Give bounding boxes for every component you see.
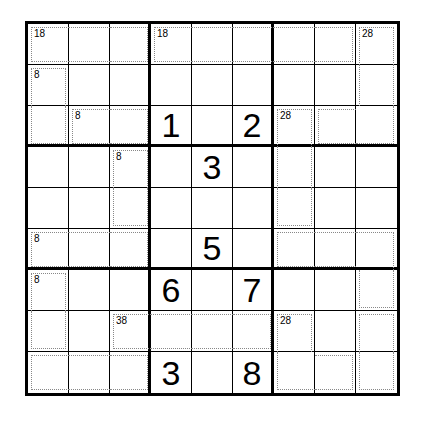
cell-r2c2[interactable]	[69, 65, 110, 106]
cell-r5c2[interactable]	[69, 188, 110, 229]
cell-r8c2[interactable]	[69, 311, 110, 352]
cell-r3c2[interactable]	[69, 106, 110, 147]
cell-r7c4[interactable]: 6	[151, 270, 192, 311]
cell-r1c7[interactable]	[274, 24, 315, 65]
cell-r9c5[interactable]	[192, 352, 233, 393]
cell-r4c9[interactable]	[356, 147, 397, 188]
cell-r9c1[interactable]	[28, 352, 69, 393]
cell-r1c5[interactable]	[192, 24, 233, 65]
given-digit: 3	[203, 150, 222, 184]
cell-r2c5[interactable]	[192, 65, 233, 106]
cell-r3c1[interactable]	[28, 106, 69, 147]
sudoku-board: 12356738 18182888288883828	[25, 21, 400, 396]
cell-r4c5[interactable]: 3	[192, 147, 233, 188]
cell-r4c8[interactable]	[315, 147, 356, 188]
given-digit: 3	[162, 356, 181, 390]
cell-r5c7[interactable]	[274, 188, 315, 229]
cell-r1c2[interactable]	[69, 24, 110, 65]
cell-r2c1[interactable]	[28, 65, 69, 106]
cell-r9c2[interactable]	[69, 352, 110, 393]
cell-r4c6[interactable]	[233, 147, 274, 188]
cell-r2c4[interactable]	[151, 65, 192, 106]
cell-r8c1[interactable]	[28, 311, 69, 352]
sudoku-grid: 12356738	[28, 24, 397, 393]
cell-r1c9[interactable]	[356, 24, 397, 65]
cell-r1c4[interactable]	[151, 24, 192, 65]
cell-r4c4[interactable]	[151, 147, 192, 188]
cell-r8c5[interactable]	[192, 311, 233, 352]
cell-r6c2[interactable]	[69, 229, 110, 270]
given-digit: 8	[243, 356, 262, 390]
cell-r7c1[interactable]	[28, 270, 69, 311]
cell-r7c7[interactable]	[274, 270, 315, 311]
cell-r3c7[interactable]	[274, 106, 315, 147]
cell-r8c6[interactable]	[233, 311, 274, 352]
given-digit: 6	[162, 273, 181, 307]
cell-r2c6[interactable]	[233, 65, 274, 106]
cell-r1c3[interactable]	[110, 24, 151, 65]
cell-r7c5[interactable]	[192, 270, 233, 311]
cell-r8c7[interactable]	[274, 311, 315, 352]
cell-r6c4[interactable]	[151, 229, 192, 270]
cell-r9c7[interactable]	[274, 352, 315, 393]
cell-r8c9[interactable]	[356, 311, 397, 352]
cell-r9c6[interactable]: 8	[233, 352, 274, 393]
cell-r6c7[interactable]	[274, 229, 315, 270]
cell-r5c4[interactable]	[151, 188, 192, 229]
cell-r5c3[interactable]	[110, 188, 151, 229]
cell-r6c5[interactable]: 5	[192, 229, 233, 270]
cell-r3c6[interactable]: 2	[233, 106, 274, 147]
cell-r5c1[interactable]	[28, 188, 69, 229]
cell-r5c6[interactable]	[233, 188, 274, 229]
cell-r5c8[interactable]	[315, 188, 356, 229]
cell-r4c3[interactable]	[110, 147, 151, 188]
given-digit: 5	[203, 231, 222, 265]
cell-r5c5[interactable]	[192, 188, 233, 229]
cell-r9c8[interactable]	[315, 352, 356, 393]
given-digit: 1	[162, 108, 181, 142]
cell-r1c6[interactable]	[233, 24, 274, 65]
killer-sudoku-screenshot: 12356738 18182888288883828	[0, 0, 426, 422]
cell-r7c3[interactable]	[110, 270, 151, 311]
cell-r4c7[interactable]	[274, 147, 315, 188]
cell-r8c8[interactable]	[315, 311, 356, 352]
cell-r9c4[interactable]: 3	[151, 352, 192, 393]
given-digit: 7	[243, 273, 262, 307]
cell-r6c6[interactable]	[233, 229, 274, 270]
cell-r7c9[interactable]	[356, 270, 397, 311]
cell-r8c4[interactable]	[151, 311, 192, 352]
cell-r3c8[interactable]	[315, 106, 356, 147]
cell-r1c8[interactable]	[315, 24, 356, 65]
cell-r7c2[interactable]	[69, 270, 110, 311]
cell-r9c9[interactable]	[356, 352, 397, 393]
cell-r3c9[interactable]	[356, 106, 397, 147]
cell-r7c6[interactable]: 7	[233, 270, 274, 311]
cell-r6c3[interactable]	[110, 229, 151, 270]
cell-r6c8[interactable]	[315, 229, 356, 270]
cell-r6c1[interactable]	[28, 229, 69, 270]
cell-r7c8[interactable]	[315, 270, 356, 311]
cell-r6c9[interactable]	[356, 229, 397, 270]
given-digit: 2	[243, 108, 262, 142]
cell-r3c5[interactable]	[192, 106, 233, 147]
cell-r4c2[interactable]	[69, 147, 110, 188]
cell-r4c1[interactable]	[28, 147, 69, 188]
cell-r1c1[interactable]	[28, 24, 69, 65]
cell-r9c3[interactable]	[110, 352, 151, 393]
cell-r2c7[interactable]	[274, 65, 315, 106]
cell-r3c3[interactable]	[110, 106, 151, 147]
cell-r2c8[interactable]	[315, 65, 356, 106]
cell-r3c4[interactable]: 1	[151, 106, 192, 147]
cell-r2c9[interactable]	[356, 65, 397, 106]
cell-r8c3[interactable]	[110, 311, 151, 352]
cell-r2c3[interactable]	[110, 65, 151, 106]
cell-r5c9[interactable]	[356, 188, 397, 229]
